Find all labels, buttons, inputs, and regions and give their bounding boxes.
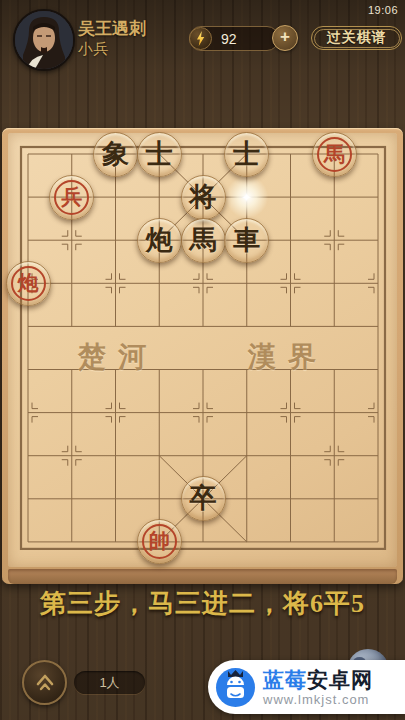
piece-black-象[interactable]: 象: [93, 132, 138, 177]
player-count-badge[interactable]: 1人: [74, 671, 145, 694]
watermark-brand: 蓝莓安卓网: [263, 669, 373, 690]
expand-panel-button[interactable]: [22, 660, 67, 705]
piece-black-車[interactable]: 車: [224, 218, 269, 263]
last-move-highlight: ✦: [225, 175, 269, 219]
player-count-label: 1人: [99, 674, 119, 692]
move-instruction: 第三步，马三进二，将6平5: [0, 586, 405, 621]
piece-black-卒[interactable]: 卒: [181, 476, 226, 521]
piece-black-士[interactable]: 士: [137, 132, 182, 177]
watermark-banner: 蓝莓安卓网 www.lmkjst.com: [208, 660, 405, 714]
chevron-up-icon: [33, 671, 57, 695]
piece-black-将[interactable]: 将: [181, 175, 226, 220]
watermark-url: www.lmkjst.com: [263, 693, 373, 706]
piece-black-炮[interactable]: 炮: [137, 218, 182, 263]
piece-black-士[interactable]: 士: [224, 132, 269, 177]
piece-red-兵[interactable]: 兵: [49, 175, 94, 220]
piece-red-炮[interactable]: 炮: [6, 261, 51, 306]
piece-red-馬[interactable]: 馬: [312, 132, 357, 177]
android-robot-icon: [216, 668, 255, 707]
piece-red-帥[interactable]: 帥: [137, 519, 182, 564]
app-screen: 19:06 吴王遇刺 小兵 92 + 过关棋谱 楚河 漢界 ✦象士士馬兵将炮馬車…: [0, 0, 405, 720]
piece-black-馬[interactable]: 馬: [181, 218, 226, 263]
